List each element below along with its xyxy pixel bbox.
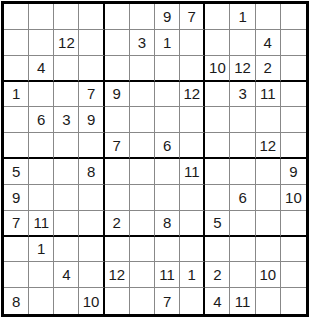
cell-r7c8-given: 11 [180,159,205,185]
cell-r10c10-empty[interactable] [230,237,255,263]
cell-r9c8-empty[interactable] [180,211,205,237]
cell-r6c7-given: 6 [155,133,180,159]
cell-r3c12-empty[interactable] [281,56,306,82]
cell-r7c1-given: 5 [4,159,29,185]
cell-r4c2-empty[interactable] [29,82,54,108]
cell-r12c12-empty[interactable] [281,288,306,314]
cell-r7c9-empty[interactable] [205,159,230,185]
cell-r8c7-empty[interactable] [155,185,180,211]
cell-r3c4-empty[interactable] [79,56,104,82]
cell-r9c1-given: 7 [4,211,29,237]
cell-r4c3-empty[interactable] [54,82,79,108]
cell-r5c12-empty[interactable] [281,107,306,133]
cell-r4c6-empty[interactable] [130,82,155,108]
cell-r10c3-empty[interactable] [54,237,79,263]
cell-r8c9-empty[interactable] [205,185,230,211]
cell-r11c1-empty[interactable] [4,262,29,288]
cell-r1c9-empty[interactable] [205,4,230,30]
cell-r2c5-empty[interactable] [105,30,130,56]
cell-r10c9-empty[interactable] [205,237,230,263]
cell-r11c7-given: 11 [155,262,180,288]
cell-r1c5-empty[interactable] [105,4,130,30]
cell-r3c5-empty[interactable] [105,56,130,82]
cell-r9c4-empty[interactable] [79,211,104,237]
cell-r2c11-given: 4 [256,30,281,56]
cell-r9c6-empty[interactable] [130,211,155,237]
cell-r11c4-empty[interactable] [79,262,104,288]
cell-r12c6-empty[interactable] [130,288,155,314]
cell-r12c7-given: 7 [155,288,180,314]
cell-r5c2-given: 6 [29,107,54,133]
cell-r8c6-empty[interactable] [130,185,155,211]
cell-r4c9-empty[interactable] [205,82,230,108]
cell-r11c12-empty[interactable] [281,262,306,288]
cell-r7c11-empty[interactable] [256,159,281,185]
cell-r7c4-given: 8 [79,159,104,185]
cell-r11c2-empty[interactable] [29,262,54,288]
cell-r6c11-given: 12 [256,133,281,159]
cell-r10c4-empty[interactable] [79,237,104,263]
cell-r3c7-empty[interactable] [155,56,180,82]
cell-r3c1-empty[interactable] [4,56,29,82]
cell-r7c6-empty[interactable] [130,159,155,185]
cell-r8c5-empty[interactable] [105,185,130,211]
cell-r5c6-empty[interactable] [130,107,155,133]
cell-r3c2-given: 4 [29,56,54,82]
cell-r5c5-empty[interactable] [105,107,130,133]
cell-r5c10-empty[interactable] [230,107,255,133]
cell-r1c8-given: 7 [180,4,205,30]
cell-r12c3-empty[interactable] [54,288,79,314]
cell-r4c7-empty[interactable] [155,82,180,108]
cell-r11c11-given: 10 [256,262,281,288]
cell-r9c7-given: 8 [155,211,180,237]
cell-r11c8-given: 1 [180,262,205,288]
cell-r2c8-empty[interactable] [180,30,205,56]
cell-r11c6-empty[interactable] [130,262,155,288]
cell-r2c1-empty[interactable] [4,30,29,56]
cell-r2c6-given: 3 [130,30,155,56]
cell-r4c12-empty[interactable] [281,82,306,108]
cell-r5c1-empty[interactable] [4,107,29,133]
cell-r2c2-empty[interactable] [29,30,54,56]
cell-r5c4-given: 9 [79,107,104,133]
cell-r1c12-empty[interactable] [281,4,306,30]
cell-r12c9-given: 4 [205,288,230,314]
cell-r12c5-empty[interactable] [105,288,130,314]
cell-r8c11-empty[interactable] [256,185,281,211]
cell-r7c2-empty[interactable] [29,159,54,185]
cell-r3c9-given: 10 [205,56,230,82]
cell-r6c3-empty[interactable] [54,133,79,159]
cell-r8c4-empty[interactable] [79,185,104,211]
cell-r11c3-given: 4 [54,262,79,288]
cell-r10c6-empty[interactable] [130,237,155,263]
cell-r4c4-given: 7 [79,82,104,108]
cell-r9c10-empty[interactable] [230,211,255,237]
cell-r1c1-empty[interactable] [4,4,29,30]
cell-r7c12-given: 9 [281,159,306,185]
cell-r2c9-empty[interactable] [205,30,230,56]
cell-r12c1-given: 8 [4,288,29,314]
cell-r7c5-empty[interactable] [105,159,130,185]
cell-r1c4-empty[interactable] [79,4,104,30]
cell-r9c5-given: 2 [105,211,130,237]
cell-r6c1-empty[interactable] [4,133,29,159]
cell-r6c5-given: 7 [105,133,130,159]
cell-r5c11-empty[interactable] [256,107,281,133]
cell-r12c10-given: 11 [230,288,255,314]
cell-r7c10-empty[interactable] [230,159,255,185]
cell-r1c7-given: 9 [155,4,180,30]
cell-r3c10-given: 12 [230,56,255,82]
cell-r3c8-empty[interactable] [180,56,205,82]
cell-r6c4-empty[interactable] [79,133,104,159]
cell-r2c3-given: 12 [54,30,79,56]
cell-r4c10-given: 3 [230,82,255,108]
cell-r5c3-given: 3 [54,107,79,133]
cell-r9c12-empty[interactable] [281,211,306,237]
cell-r4c5-given: 9 [105,82,130,108]
cell-r12c2-empty[interactable] [29,288,54,314]
cell-r11c9-given: 2 [205,262,230,288]
cell-r12c4-given: 10 [79,288,104,314]
cell-r2c4-empty[interactable] [79,30,104,56]
cell-r3c11-given: 2 [256,56,281,82]
cell-r9c9-given: 5 [205,211,230,237]
cell-r10c5-empty[interactable] [105,237,130,263]
cell-r2c12-empty[interactable] [281,30,306,56]
cell-r10c11-empty[interactable] [256,237,281,263]
cell-r10c7-empty[interactable] [155,237,180,263]
cell-r5c8-empty[interactable] [180,107,205,133]
cell-r4c11-given: 11 [256,82,281,108]
cell-r10c12-empty[interactable] [281,237,306,263]
cell-r3c6-empty[interactable] [130,56,155,82]
cell-r1c6-empty[interactable] [130,4,155,30]
cell-r12c8-empty[interactable] [180,288,205,314]
cell-r10c8-empty[interactable] [180,237,205,263]
cell-r6c10-empty[interactable] [230,133,255,159]
cell-r10c2-given: 1 [29,237,54,263]
cell-r6c12-empty[interactable] [281,133,306,159]
cell-r1c3-empty[interactable] [54,4,79,30]
cell-r12c11-empty[interactable] [256,288,281,314]
cell-r8c8-empty[interactable] [180,185,205,211]
cell-r6c9-empty[interactable] [205,133,230,159]
cell-r5c7-empty[interactable] [155,107,180,133]
cell-r8c2-empty[interactable] [29,185,54,211]
sudoku-board: 9711231441012217912311639761258119961071… [1,1,309,317]
cell-r1c10-given: 1 [230,4,255,30]
cell-r8c1-given: 9 [4,185,29,211]
cell-r8c12-given: 10 [281,185,306,211]
cell-r6c2-empty[interactable] [29,133,54,159]
cell-r9c3-empty[interactable] [54,211,79,237]
cell-r6c8-empty[interactable] [180,133,205,159]
cell-r8c10-given: 6 [230,185,255,211]
cell-r4c1-given: 1 [4,82,29,108]
cell-r9c2-given: 11 [29,211,54,237]
cell-r10c1-empty[interactable] [4,237,29,263]
cell-r11c5-given: 12 [105,262,130,288]
cell-r1c2-empty[interactable] [29,4,54,30]
cell-r4c8-given: 12 [180,82,205,108]
cell-r2c10-empty[interactable] [230,30,255,56]
cell-r9c11-empty[interactable] [256,211,281,237]
cell-r7c3-empty[interactable] [54,159,79,185]
cell-r5c9-empty[interactable] [205,107,230,133]
cell-r7c7-empty[interactable] [155,159,180,185]
cell-r8c3-empty[interactable] [54,185,79,211]
cell-r6c6-empty[interactable] [130,133,155,159]
cell-r2c7-given: 1 [155,30,180,56]
cell-r11c10-empty[interactable] [230,262,255,288]
cell-r3c3-empty[interactable] [54,56,79,82]
cell-r1c11-empty[interactable] [256,4,281,30]
